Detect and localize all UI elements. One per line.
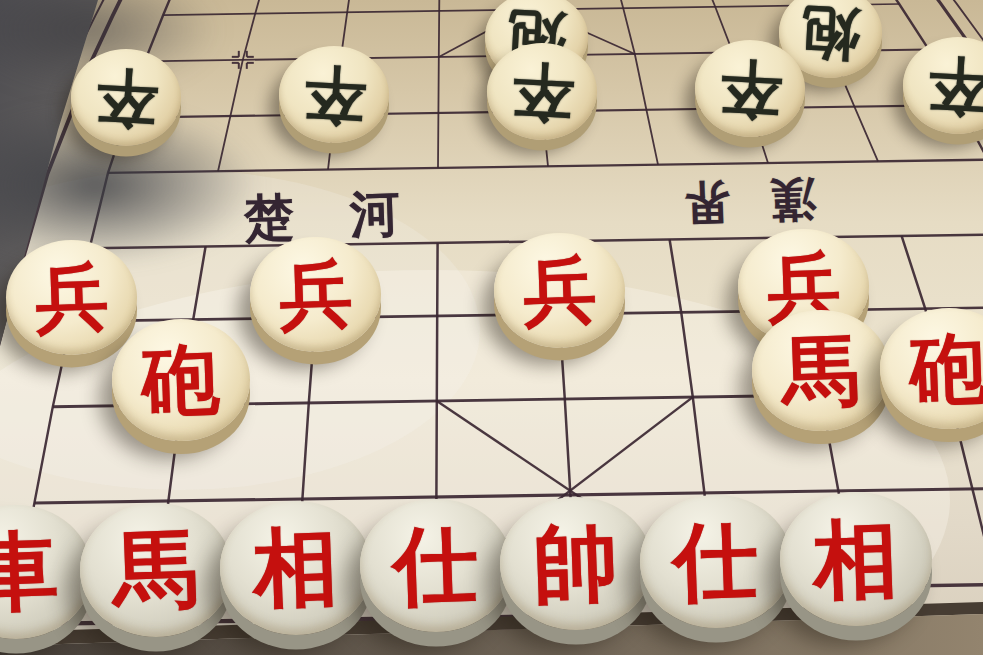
piece-red-c4-soldier[interactable]: 兵 xyxy=(250,237,381,352)
piece-glyph-兵: 兵 xyxy=(277,256,353,332)
piece-red-d1-advisor[interactable]: 仕 xyxy=(360,499,512,633)
piece-red-g1-elephant[interactable]: 相 xyxy=(780,492,932,626)
piece-glyph-兵: 兵 xyxy=(521,253,597,329)
piece-red-b3-cannon[interactable]: 砲 xyxy=(112,319,250,440)
piece-red-c1-elephant[interactable]: 相 xyxy=(220,501,372,635)
piece-glyph-仕: 仕 xyxy=(392,522,480,610)
piece-red-e1-general[interactable]: 帥 xyxy=(500,497,652,631)
piece-glyph-卒: 卒 xyxy=(926,53,983,118)
piece-glyph-炮: 炮 xyxy=(800,2,861,63)
piece-glyph-卒: 卒 xyxy=(302,62,367,127)
piece-glyph-相: 相 xyxy=(252,524,340,612)
piece-red-f1-advisor[interactable]: 仕 xyxy=(640,495,792,629)
piece-red-b1-horse[interactable]: 馬 xyxy=(80,503,232,637)
piece-black-e7-soldier[interactable]: 卒 xyxy=(487,43,597,140)
piece-glyph-砲: 砲 xyxy=(141,340,221,420)
piece-black-i7-soldier[interactable]: 卒 xyxy=(903,37,983,134)
piece-black-g7-soldier[interactable]: 卒 xyxy=(695,40,805,137)
xiangqi-photo-scene: 楚河 漢界 車馬相仕帥仕相砲馬砲兵兵兵兵卒卒卒卒卒炮炮 xyxy=(0,0,983,655)
piece-red-e4-soldier[interactable]: 兵 xyxy=(494,233,625,348)
piece-glyph-馬: 馬 xyxy=(781,330,861,410)
piece-glyph-兵: 兵 xyxy=(33,260,109,336)
piece-glyph-卒: 卒 xyxy=(94,65,159,130)
piece-glyph-帥: 帥 xyxy=(532,519,620,607)
piece-red-g3-horse[interactable]: 馬 xyxy=(752,310,890,431)
piece-black-c7-soldier[interactable]: 卒 xyxy=(279,46,389,143)
piece-glyph-砲: 砲 xyxy=(909,328,983,408)
piece-glyph-相: 相 xyxy=(812,515,900,603)
piece-black-a7-soldier[interactable]: 卒 xyxy=(71,49,181,146)
piece-glyph-卒: 卒 xyxy=(718,56,783,121)
piece-glyph-馬: 馬 xyxy=(112,526,200,614)
piece-red-h3-cannon[interactable]: 砲 xyxy=(880,308,983,429)
pieces-layer: 車馬相仕帥仕相砲馬砲兵兵兵兵卒卒卒卒卒炮炮 xyxy=(0,0,983,655)
piece-glyph-車: 車 xyxy=(0,528,60,616)
piece-glyph-卒: 卒 xyxy=(510,59,575,124)
piece-glyph-仕: 仕 xyxy=(672,517,760,605)
piece-red-a4-soldier[interactable]: 兵 xyxy=(6,240,137,355)
piece-red-a1-chariot[interactable]: 車 xyxy=(0,505,92,639)
